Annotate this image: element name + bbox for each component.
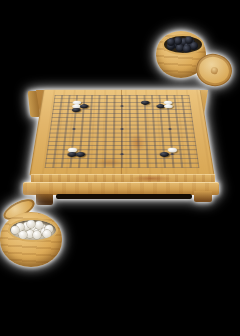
black-bowl-stone [185, 36, 193, 44]
white-bowl-opening [8, 218, 58, 242]
go-board [22, 78, 222, 210]
white-bowl-stone [33, 231, 41, 239]
white-bowl-stone [27, 220, 35, 228]
go-stone-white [167, 147, 177, 152]
white-stones-bowl-group [0, 196, 76, 276]
black-bowl-stone [174, 37, 182, 45]
board-grid [45, 95, 200, 167]
black-stones-bowl-group [150, 28, 236, 90]
wood-grain-mark [130, 175, 172, 182]
black-bowl-opening [162, 34, 204, 55]
white-bowl-stone [19, 231, 27, 239]
lid-knob [210, 66, 218, 74]
board-leg-right [194, 191, 212, 202]
go-stone-black [75, 152, 85, 157]
white-bowl-stone [11, 226, 19, 234]
go-stone-black [79, 104, 88, 108]
go-board-surface [29, 90, 214, 176]
go-stone-black [140, 100, 149, 104]
white-bowl-stone [43, 230, 51, 238]
go-stone-black [159, 152, 169, 157]
board-underside-shadow [56, 194, 192, 199]
product-photo-scene [0, 0, 240, 336]
black-bowl-stone [167, 38, 175, 46]
go-stone-white [163, 104, 172, 108]
go-stone-black [71, 108, 80, 112]
black-bowl-stone [183, 45, 191, 53]
